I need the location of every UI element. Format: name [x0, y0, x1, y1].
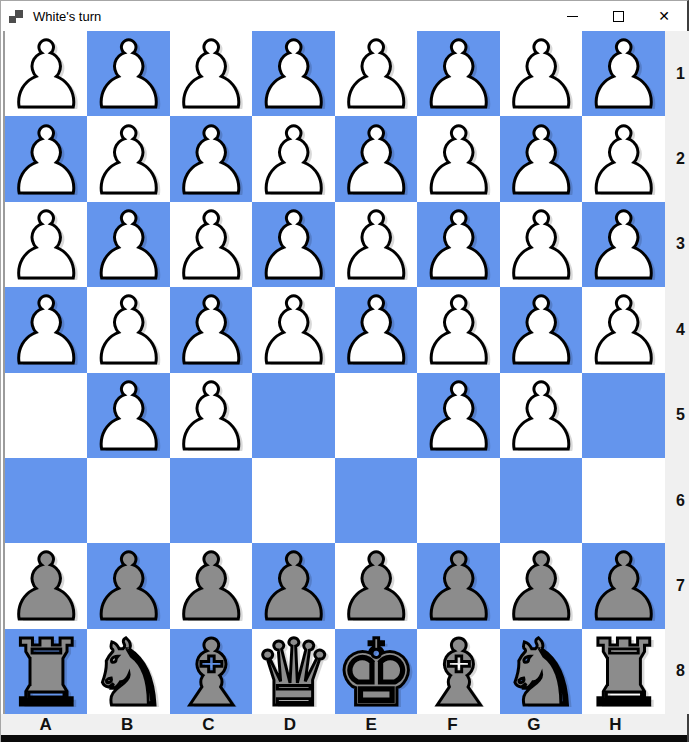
black-knight[interactable]: ♞ — [500, 631, 582, 716]
black-pawn[interactable]: ♟ — [335, 545, 417, 630]
square-h7[interactable]: ♟ — [582, 543, 664, 628]
white-pawn[interactable]: ♟ — [87, 375, 169, 460]
black-bishop[interactable]: ♝ — [170, 631, 252, 716]
white-pawn[interactable]: ♟ — [5, 119, 87, 204]
white-pawn[interactable]: ♟ — [500, 33, 582, 118]
square-h6[interactable] — [582, 458, 664, 543]
square-e7[interactable]: ♟ — [335, 543, 417, 628]
black-pawn[interactable]: ♟ — [417, 545, 499, 630]
white-pawn[interactable]: ♟ — [500, 375, 582, 460]
square-f2[interactable]: ♟ — [417, 116, 499, 201]
black-knight[interactable]: ♞ — [87, 631, 169, 716]
board-area: ♟♟♟♟♟♟♟♟♟♟♟♟♟♟♟♟♟♟♟♟♟♟♟♟♟♟♟♟♟♟♟♟♟♟♟♟♟♟♟♟… — [1, 31, 687, 714]
black-pawn[interactable]: ♟ — [87, 545, 169, 630]
square-h1[interactable]: ♟ — [582, 31, 664, 116]
white-pawn[interactable]: ♟ — [252, 289, 334, 374]
square-c1[interactable]: ♟ — [170, 31, 252, 116]
white-pawn[interactable]: ♟ — [335, 289, 417, 374]
white-pawn[interactable]: ♟ — [417, 375, 499, 460]
square-d4[interactable]: ♟ — [252, 287, 334, 372]
rank-label-5: 5 — [665, 373, 689, 458]
square-g8[interactable]: ♞ — [500, 629, 582, 714]
square-a2[interactable]: ♟ — [5, 116, 87, 201]
white-pawn[interactable]: ♟ — [500, 204, 582, 289]
white-pawn[interactable]: ♟ — [335, 119, 417, 204]
black-pawn[interactable]: ♟ — [252, 545, 334, 630]
white-pawn[interactable]: ♟ — [417, 204, 499, 289]
square-f8[interactable]: ♝ — [417, 629, 499, 714]
bottom-bar — [1, 735, 687, 742]
square-c2[interactable]: ♟ — [170, 116, 252, 201]
square-b1[interactable]: ♟ — [87, 31, 169, 116]
white-pawn[interactable]: ♟ — [170, 289, 252, 374]
rank-label-4: 4 — [665, 287, 689, 372]
white-pawn[interactable]: ♟ — [87, 33, 169, 118]
white-pawn[interactable]: ♟ — [500, 289, 582, 374]
square-g3[interactable]: ♟ — [500, 202, 582, 287]
white-pawn[interactable]: ♟ — [500, 119, 582, 204]
square-g7[interactable]: ♟ — [500, 543, 582, 628]
white-pawn[interactable]: ♟ — [582, 204, 664, 289]
square-e2[interactable]: ♟ — [335, 116, 417, 201]
square-g2[interactable]: ♟ — [500, 116, 582, 201]
square-b2[interactable]: ♟ — [87, 116, 169, 201]
app-window: White's turn ✕ ♟♟♟♟♟♟♟♟♟♟♟♟♟♟♟♟♟♟♟♟♟♟♟♟♟… — [0, 0, 689, 742]
square-h4[interactable]: ♟ — [582, 287, 664, 372]
black-king[interactable]: ♚ — [335, 631, 417, 716]
square-d7[interactable]: ♟ — [252, 543, 334, 628]
square-b7[interactable]: ♟ — [87, 543, 169, 628]
square-d8[interactable]: ♛ — [252, 629, 334, 714]
black-pawn[interactable]: ♟ — [500, 545, 582, 630]
white-pawn[interactable]: ♟ — [582, 289, 664, 374]
square-b8[interactable]: ♞ — [87, 629, 169, 714]
square-h8[interactable]: ♜ — [582, 629, 664, 714]
square-b4[interactable]: ♟ — [87, 287, 169, 372]
white-pawn[interactable]: ♟ — [170, 204, 252, 289]
square-a3[interactable]: ♟ — [5, 202, 87, 287]
black-rook[interactable]: ♜ — [5, 631, 87, 716]
black-queen[interactable]: ♛ — [252, 631, 334, 716]
minimize-icon — [567, 16, 578, 17]
square-f5[interactable]: ♟ — [417, 373, 499, 458]
white-pawn[interactable]: ♟ — [335, 33, 417, 118]
rank-label-6: 6 — [665, 458, 689, 543]
rank-label-3: 3 — [665, 202, 689, 287]
square-h3[interactable]: ♟ — [582, 202, 664, 287]
black-bishop[interactable]: ♝ — [417, 631, 499, 716]
square-g4[interactable]: ♟ — [500, 287, 582, 372]
square-b3[interactable]: ♟ — [87, 202, 169, 287]
rank-label-2: 2 — [665, 116, 689, 201]
white-pawn[interactable]: ♟ — [335, 204, 417, 289]
square-a8[interactable]: ♜ — [5, 629, 87, 714]
square-c8[interactable]: ♝ — [170, 629, 252, 714]
black-pawn[interactable]: ♟ — [5, 545, 87, 630]
white-pawn[interactable]: ♟ — [170, 375, 252, 460]
white-pawn[interactable]: ♟ — [87, 289, 169, 374]
white-pawn[interactable]: ♟ — [170, 119, 252, 204]
maximize-icon — [613, 11, 624, 22]
square-e4[interactable]: ♟ — [335, 287, 417, 372]
white-pawn[interactable]: ♟ — [87, 119, 169, 204]
white-pawn[interactable]: ♟ — [87, 204, 169, 289]
white-pawn[interactable]: ♟ — [170, 33, 252, 118]
white-pawn[interactable]: ♟ — [5, 289, 87, 374]
white-pawn[interactable]: ♟ — [417, 119, 499, 204]
square-b5[interactable]: ♟ — [87, 373, 169, 458]
black-pawn[interactable]: ♟ — [582, 545, 664, 630]
square-d2[interactable]: ♟ — [252, 116, 334, 201]
black-pawn[interactable]: ♟ — [170, 545, 252, 630]
rank-label-8: 8 — [665, 629, 689, 714]
square-c5[interactable]: ♟ — [170, 373, 252, 458]
square-f4[interactable]: ♟ — [417, 287, 499, 372]
square-c7[interactable]: ♟ — [170, 543, 252, 628]
white-pawn[interactable]: ♟ — [252, 204, 334, 289]
square-c3[interactable]: ♟ — [170, 202, 252, 287]
rank-label-1: 1 — [665, 31, 689, 116]
app-icon-square-big — [15, 9, 24, 18]
close-icon: ✕ — [658, 9, 670, 23]
white-pawn[interactable]: ♟ — [252, 119, 334, 204]
square-e3[interactable]: ♟ — [335, 202, 417, 287]
square-a7[interactable]: ♟ — [5, 543, 87, 628]
square-d6[interactable] — [252, 458, 334, 543]
square-h2[interactable]: ♟ — [582, 116, 664, 201]
white-pawn[interactable]: ♟ — [5, 204, 87, 289]
white-pawn[interactable]: ♟ — [252, 33, 334, 118]
square-d1[interactable]: ♟ — [252, 31, 334, 116]
square-e8[interactable]: ♚ — [335, 629, 417, 714]
black-rook[interactable]: ♜ — [582, 631, 664, 716]
white-pawn[interactable]: ♟ — [417, 289, 499, 374]
square-g5[interactable]: ♟ — [500, 373, 582, 458]
square-a6[interactable] — [5, 458, 87, 543]
rank-label-7: 7 — [665, 543, 689, 628]
rank-labels: 12345678 — [665, 31, 689, 714]
square-f3[interactable]: ♟ — [417, 202, 499, 287]
square-f7[interactable]: ♟ — [417, 543, 499, 628]
square-a1[interactable]: ♟ — [5, 31, 87, 116]
white-pawn[interactable]: ♟ — [582, 33, 664, 118]
square-f1[interactable]: ♟ — [417, 31, 499, 116]
square-e6[interactable] — [335, 458, 417, 543]
square-c4[interactable]: ♟ — [170, 287, 252, 372]
square-d3[interactable]: ♟ — [252, 202, 334, 287]
white-pawn[interactable]: ♟ — [417, 33, 499, 118]
square-e1[interactable]: ♟ — [335, 31, 417, 116]
square-a4[interactable]: ♟ — [5, 287, 87, 372]
square-g1[interactable]: ♟ — [500, 31, 582, 116]
white-pawn[interactable]: ♟ — [582, 119, 664, 204]
chess-board: ♟♟♟♟♟♟♟♟♟♟♟♟♟♟♟♟♟♟♟♟♟♟♟♟♟♟♟♟♟♟♟♟♟♟♟♟♟♟♟♟… — [5, 31, 665, 714]
white-pawn[interactable]: ♟ — [5, 33, 87, 118]
